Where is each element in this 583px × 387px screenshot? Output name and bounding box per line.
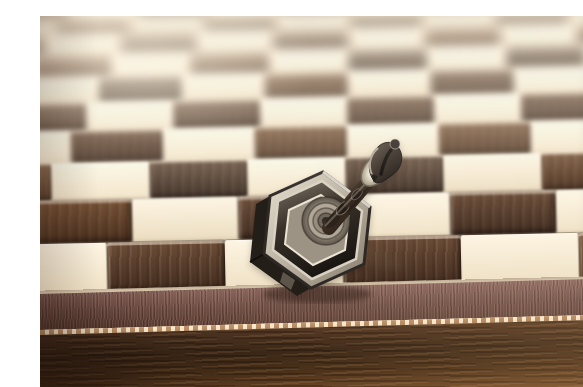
dark-square (425, 27, 501, 49)
light-square (197, 32, 273, 54)
toppled-chess-piece (225, 114, 425, 304)
dark-square (121, 34, 197, 56)
dark-square (430, 69, 514, 96)
dark-square (506, 46, 583, 70)
dark-square (450, 190, 557, 235)
dark-square (190, 52, 269, 76)
light-square (45, 35, 121, 57)
dark-square (438, 122, 531, 156)
piece-finial (369, 139, 401, 183)
light-square (40, 78, 99, 105)
dark-square (579, 230, 583, 282)
light-square (513, 67, 583, 94)
light-square (568, 16, 583, 26)
light-square (434, 94, 522, 124)
light-square (86, 101, 174, 131)
dark-square (264, 73, 348, 100)
light-square (181, 74, 265, 101)
light-square (427, 47, 506, 71)
dark-square (57, 20, 130, 37)
light-square (132, 197, 239, 242)
light-square (40, 243, 108, 295)
dark-square (577, 24, 583, 46)
light-square (111, 54, 190, 78)
light-square (51, 162, 150, 201)
light-square (556, 188, 583, 233)
light-square (40, 131, 71, 165)
dark-square (541, 152, 583, 191)
light-square (347, 71, 431, 98)
dark-square (40, 103, 86, 133)
light-square (276, 16, 349, 32)
light-square (349, 29, 425, 51)
dark-square (70, 130, 163, 164)
dark-square (348, 49, 427, 73)
light-square (130, 19, 203, 36)
piece-shadow (263, 285, 371, 303)
dark-square (40, 164, 52, 203)
dark-square (521, 92, 583, 122)
dark-square (107, 240, 226, 292)
dark-square (273, 31, 349, 53)
light-square (269, 51, 348, 75)
light-square (501, 26, 577, 48)
dark-square (203, 17, 276, 34)
dark-square (98, 76, 182, 103)
light-square (530, 120, 583, 154)
dark-square (40, 56, 112, 80)
dark-square (40, 199, 133, 244)
chessboard-photo (40, 16, 583, 387)
light-square (443, 154, 542, 193)
